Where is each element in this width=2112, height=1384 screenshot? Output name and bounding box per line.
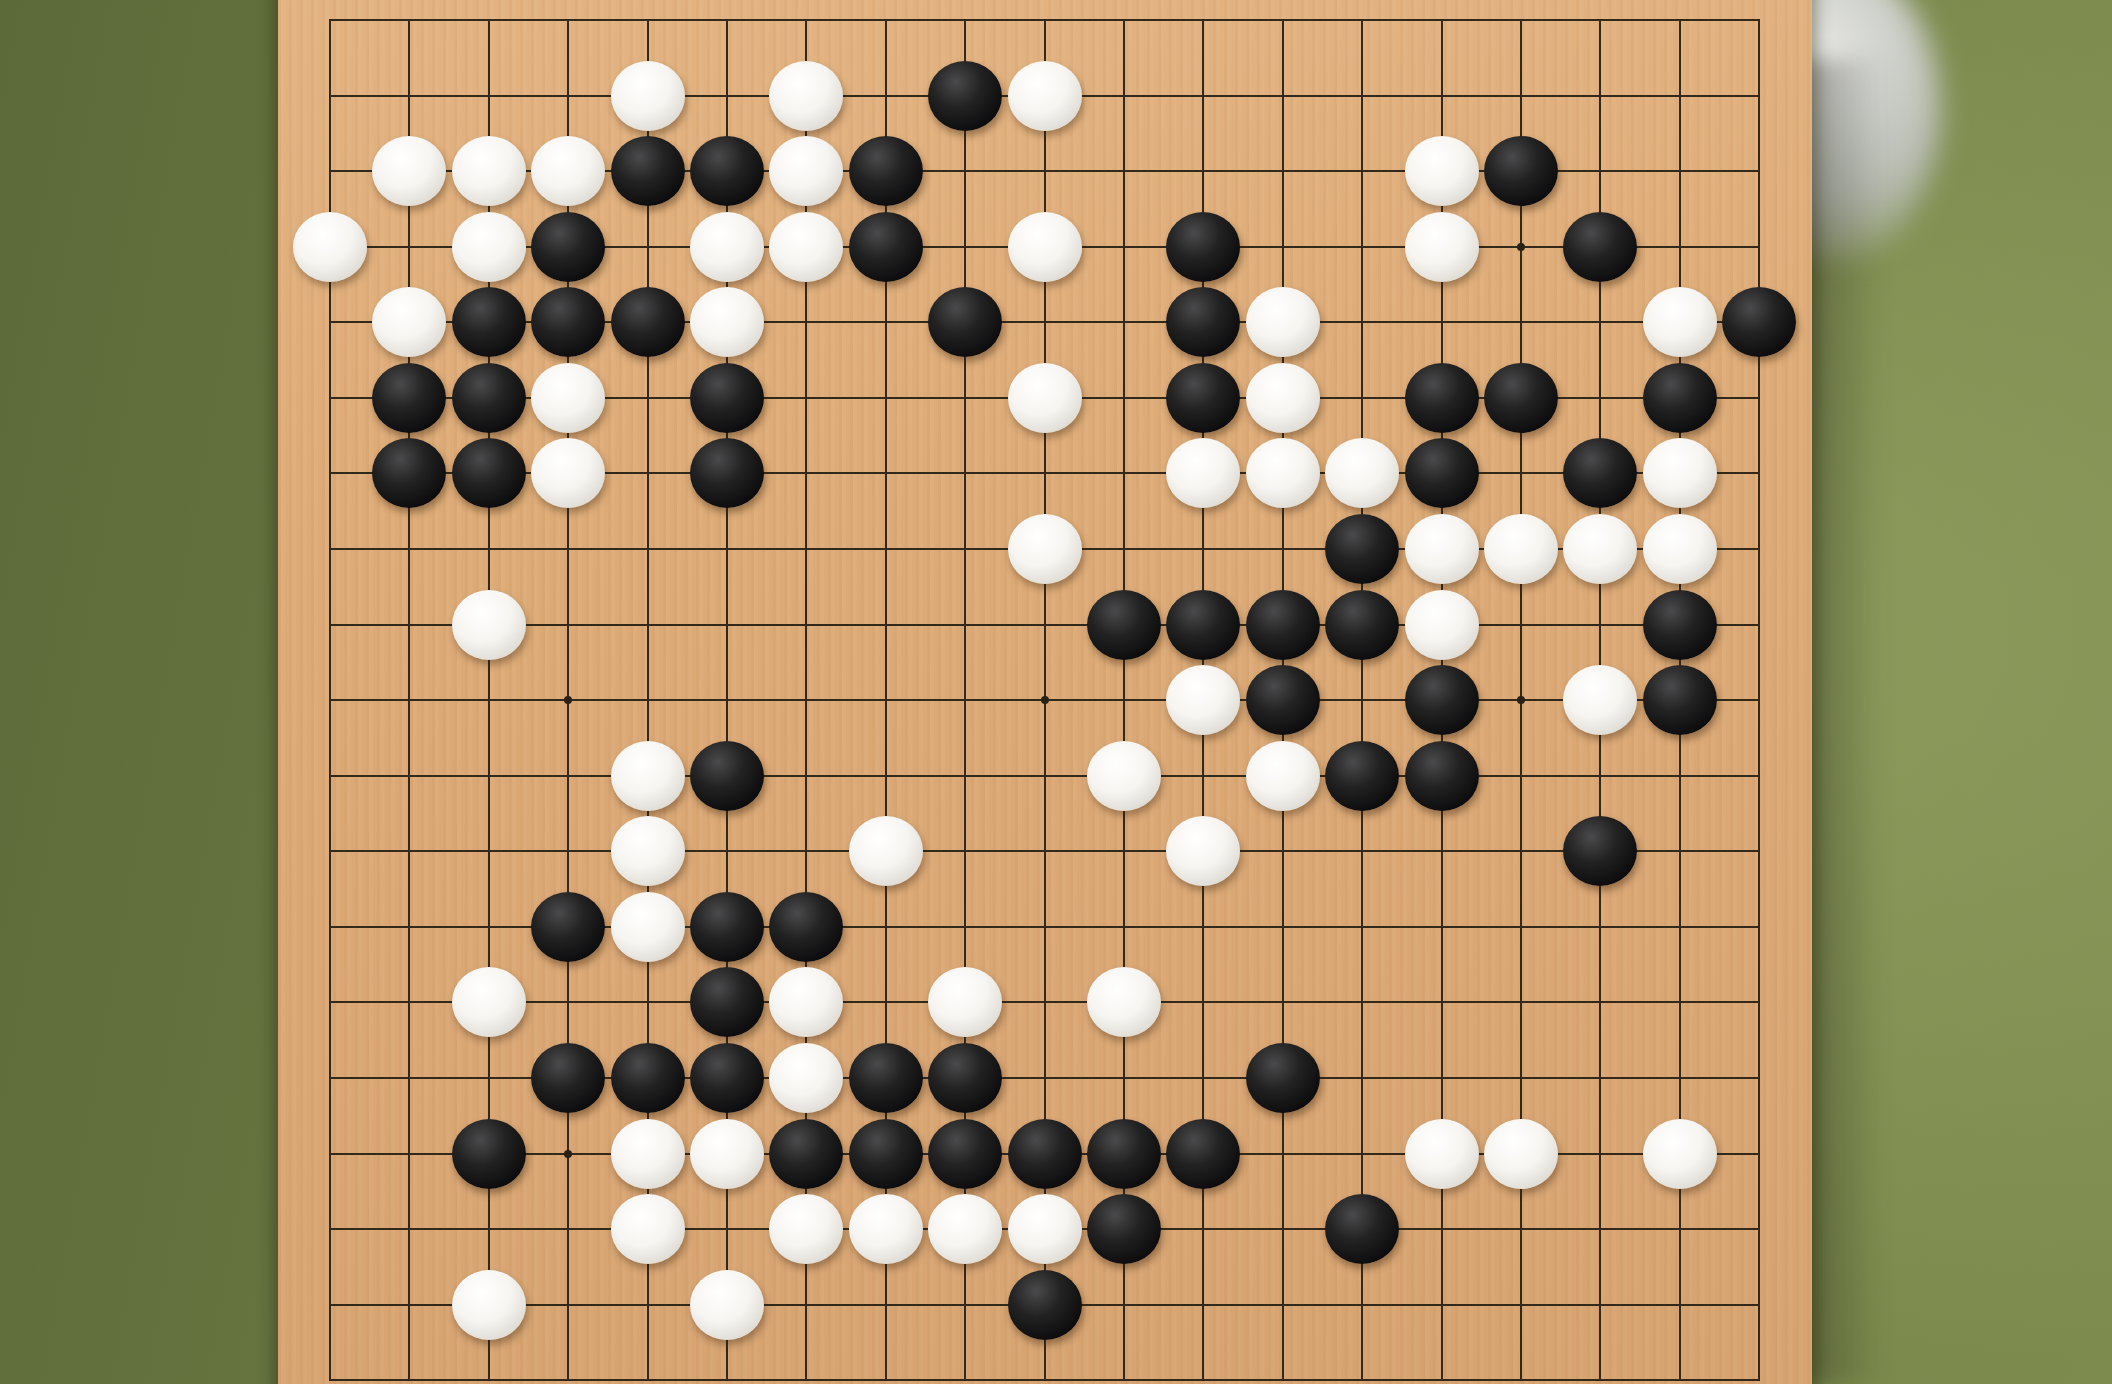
stone-white[interactable] (690, 212, 764, 282)
point-r11c4[interactable] (536, 745, 600, 807)
point-r18c16[interactable] (1489, 1274, 1553, 1336)
point-r15c17[interactable] (1568, 1047, 1632, 1109)
point-r10c14[interactable] (1330, 669, 1394, 731)
point-r6c16[interactable] (1489, 367, 1553, 429)
point-r7c3[interactable] (457, 442, 521, 504)
stone-black[interactable] (452, 1119, 526, 1189)
point-r12c15[interactable] (1410, 820, 1474, 882)
point-r17c2[interactable] (377, 1198, 441, 1260)
point-r2c11[interactable] (1092, 65, 1156, 127)
point-r10c3[interactable] (457, 669, 521, 731)
point-r16c5[interactable] (616, 1123, 680, 1185)
point-r18c3[interactable] (457, 1274, 521, 1336)
stone-black[interactable] (1087, 1119, 1161, 1189)
stone-black[interactable] (1563, 816, 1637, 886)
point-r6c8[interactable] (854, 367, 918, 429)
point-r14c14[interactable] (1330, 971, 1394, 1033)
point-r10c11[interactable] (1092, 669, 1156, 731)
point-r18c9[interactable] (933, 1274, 997, 1336)
point-r18c14[interactable] (1330, 1274, 1394, 1336)
point-r4c16[interactable] (1489, 216, 1553, 278)
point-r17c1[interactable] (298, 1198, 362, 1260)
point-r4c3[interactable] (457, 216, 521, 278)
point-r18c12[interactable] (1171, 1274, 1235, 1336)
point-r4c8[interactable] (854, 216, 918, 278)
point-r1c3[interactable] (457, 0, 521, 51)
point-r3c18[interactable] (1648, 140, 1712, 202)
point-r5c15[interactable] (1410, 291, 1474, 353)
stone-white[interactable] (372, 287, 446, 357)
point-r13c5[interactable] (616, 896, 680, 958)
point-r18c7[interactable] (774, 1274, 838, 1336)
point-r11c5[interactable] (616, 745, 680, 807)
point-r19c5[interactable] (616, 1349, 680, 1384)
point-r9c5[interactable] (616, 594, 680, 656)
stone-white[interactable] (1643, 1119, 1717, 1189)
stone-black[interactable] (1325, 514, 1399, 584)
point-r10c10[interactable] (1013, 669, 1077, 731)
point-r7c15[interactable] (1410, 442, 1474, 504)
stone-white[interactable] (1008, 514, 1082, 584)
point-r4c6[interactable] (695, 216, 759, 278)
point-r4c10[interactable] (1013, 216, 1077, 278)
point-r5c8[interactable] (854, 291, 918, 353)
point-r15c12[interactable] (1171, 1047, 1235, 1109)
point-r17c7[interactable] (774, 1198, 838, 1260)
point-r18c13[interactable] (1251, 1274, 1315, 1336)
point-r15c11[interactable] (1092, 1047, 1156, 1109)
point-r9c13[interactable] (1251, 594, 1315, 656)
point-r6c6[interactable] (695, 367, 759, 429)
point-r7c16[interactable] (1489, 442, 1553, 504)
point-r18c8[interactable] (854, 1274, 918, 1336)
stone-white[interactable] (849, 816, 923, 886)
stone-black[interactable] (1246, 590, 1320, 660)
point-r13c16[interactable] (1489, 896, 1553, 958)
point-r19c13[interactable] (1251, 1349, 1315, 1384)
point-r14c11[interactable] (1092, 971, 1156, 1033)
stone-black[interactable] (690, 967, 764, 1037)
point-r3c4[interactable] (536, 140, 600, 202)
point-r9c18[interactable] (1648, 594, 1712, 656)
point-r3c1[interactable] (298, 140, 362, 202)
point-r17c11[interactable] (1092, 1198, 1156, 1260)
point-r19c19[interactable] (1727, 1349, 1791, 1384)
point-r3c8[interactable] (854, 140, 918, 202)
point-r2c15[interactable] (1410, 65, 1474, 127)
point-r18c4[interactable] (536, 1274, 600, 1336)
stone-white[interactable] (849, 1194, 923, 1264)
point-r1c2[interactable] (377, 0, 441, 51)
point-r12c3[interactable] (457, 820, 521, 882)
point-r13c8[interactable] (854, 896, 918, 958)
point-r16c8[interactable] (854, 1123, 918, 1185)
point-r16c9[interactable] (933, 1123, 997, 1185)
point-r10c5[interactable] (616, 669, 680, 731)
point-r5c19[interactable] (1727, 291, 1791, 353)
stone-white[interactable] (293, 212, 367, 282)
point-r15c13[interactable] (1251, 1047, 1315, 1109)
stone-black[interactable] (372, 438, 446, 508)
stone-black[interactable] (1008, 1270, 1082, 1340)
point-r11c6[interactable] (695, 745, 759, 807)
point-r8c17[interactable] (1568, 518, 1632, 580)
stone-white[interactable] (1484, 1119, 1558, 1189)
point-r12c9[interactable] (933, 820, 997, 882)
point-r5c7[interactable] (774, 291, 838, 353)
stone-black[interactable] (928, 61, 1002, 131)
stone-white[interactable] (1008, 61, 1082, 131)
stone-black[interactable] (1405, 665, 1479, 735)
point-r16c4[interactable] (536, 1123, 600, 1185)
point-r2c2[interactable] (377, 65, 441, 127)
stone-white[interactable] (1643, 438, 1717, 508)
point-r4c18[interactable] (1648, 216, 1712, 278)
stone-black[interactable] (1563, 212, 1637, 282)
point-r10c15[interactable] (1410, 669, 1474, 731)
point-r7c17[interactable] (1568, 442, 1632, 504)
stone-black[interactable] (849, 1043, 923, 1113)
point-r9c6[interactable] (695, 594, 759, 656)
point-r7c2[interactable] (377, 442, 441, 504)
point-r13c19[interactable] (1727, 896, 1791, 958)
point-r2c18[interactable] (1648, 65, 1712, 127)
point-r5c6[interactable] (695, 291, 759, 353)
point-r16c17[interactable] (1568, 1123, 1632, 1185)
point-r7c11[interactable] (1092, 442, 1156, 504)
point-r12c12[interactable] (1171, 820, 1235, 882)
point-r10c13[interactable] (1251, 669, 1315, 731)
point-r11c15[interactable] (1410, 745, 1474, 807)
stone-black[interactable] (1166, 1119, 1240, 1189)
point-r19c12[interactable] (1171, 1349, 1235, 1384)
point-r7c12[interactable] (1171, 442, 1235, 504)
point-r8c14[interactable] (1330, 518, 1394, 580)
point-r2c3[interactable] (457, 65, 521, 127)
point-r9c7[interactable] (774, 594, 838, 656)
point-r8c3[interactable] (457, 518, 521, 580)
point-r6c18[interactable] (1648, 367, 1712, 429)
stone-white[interactable] (531, 136, 605, 206)
point-r11c7[interactable] (774, 745, 838, 807)
point-r1c16[interactable] (1489, 0, 1553, 51)
stone-white[interactable] (611, 1119, 685, 1189)
point-r9c1[interactable] (298, 594, 362, 656)
point-r14c19[interactable] (1727, 971, 1791, 1033)
point-r19c14[interactable] (1330, 1349, 1394, 1384)
point-r17c3[interactable] (457, 1198, 521, 1260)
stone-white[interactable] (1563, 514, 1637, 584)
point-r8c8[interactable] (854, 518, 918, 580)
point-r5c1[interactable] (298, 291, 362, 353)
stone-black[interactable] (1405, 438, 1479, 508)
point-r2c19[interactable] (1727, 65, 1791, 127)
point-r12c13[interactable] (1251, 820, 1315, 882)
point-r14c10[interactable] (1013, 971, 1077, 1033)
point-r19c6[interactable] (695, 1349, 759, 1384)
point-r7c19[interactable] (1727, 442, 1791, 504)
stone-white[interactable] (1087, 741, 1161, 811)
point-r1c1[interactable] (298, 0, 362, 51)
point-r8c18[interactable] (1648, 518, 1712, 580)
point-r1c5[interactable] (616, 0, 680, 51)
point-r17c4[interactable] (536, 1198, 600, 1260)
stone-black[interactable] (1722, 287, 1796, 357)
stone-black[interactable] (1484, 363, 1558, 433)
point-r10c7[interactable] (774, 669, 838, 731)
point-r16c1[interactable] (298, 1123, 362, 1185)
stone-black[interactable] (611, 287, 685, 357)
stone-black[interactable] (1325, 1194, 1399, 1264)
point-r15c15[interactable] (1410, 1047, 1474, 1109)
stone-white[interactable] (1405, 514, 1479, 584)
point-r2c14[interactable] (1330, 65, 1394, 127)
point-r18c6[interactable] (695, 1274, 759, 1336)
point-r4c12[interactable] (1171, 216, 1235, 278)
point-r1c17[interactable] (1568, 0, 1632, 51)
point-r17c14[interactable] (1330, 1198, 1394, 1260)
point-r11c18[interactable] (1648, 745, 1712, 807)
point-r9c4[interactable] (536, 594, 600, 656)
point-r4c11[interactable] (1092, 216, 1156, 278)
point-r3c6[interactable] (695, 140, 759, 202)
stone-black[interactable] (452, 287, 526, 357)
point-r9c3[interactable] (457, 594, 521, 656)
point-r1c15[interactable] (1410, 0, 1474, 51)
stone-white[interactable] (769, 967, 843, 1037)
point-r11c3[interactable] (457, 745, 521, 807)
point-r5c17[interactable] (1568, 291, 1632, 353)
point-r2c12[interactable] (1171, 65, 1235, 127)
stone-white[interactable] (1643, 287, 1717, 357)
stone-black[interactable] (690, 438, 764, 508)
point-r8c7[interactable] (774, 518, 838, 580)
point-r17c18[interactable] (1648, 1198, 1712, 1260)
stone-black[interactable] (928, 287, 1002, 357)
stone-white[interactable] (690, 1119, 764, 1189)
stone-white[interactable] (611, 741, 685, 811)
point-r3c5[interactable] (616, 140, 680, 202)
point-r15c4[interactable] (536, 1047, 600, 1109)
point-r18c19[interactable] (1727, 1274, 1791, 1336)
point-r7c5[interactable] (616, 442, 680, 504)
stone-white[interactable] (1008, 212, 1082, 282)
point-r7c1[interactable] (298, 442, 362, 504)
point-r5c10[interactable] (1013, 291, 1077, 353)
point-r5c9[interactable] (933, 291, 997, 353)
point-r19c9[interactable] (933, 1349, 997, 1384)
point-r4c15[interactable] (1410, 216, 1474, 278)
point-r19c3[interactable] (457, 1349, 521, 1384)
point-r16c14[interactable] (1330, 1123, 1394, 1185)
stone-white[interactable] (928, 1194, 1002, 1264)
stone-white[interactable] (611, 816, 685, 886)
point-r16c16[interactable] (1489, 1123, 1553, 1185)
stone-white[interactable] (1166, 665, 1240, 735)
point-r4c4[interactable] (536, 216, 600, 278)
point-r1c9[interactable] (933, 0, 997, 51)
stone-black[interactable] (452, 363, 526, 433)
point-r5c3[interactable] (457, 291, 521, 353)
point-r11c2[interactable] (377, 745, 441, 807)
point-r14c4[interactable] (536, 971, 600, 1033)
point-r9c14[interactable] (1330, 594, 1394, 656)
point-r10c8[interactable] (854, 669, 918, 731)
stone-black[interactable] (849, 1119, 923, 1189)
point-r1c14[interactable] (1330, 0, 1394, 51)
stone-black[interactable] (611, 136, 685, 206)
point-r6c2[interactable] (377, 367, 441, 429)
point-r10c17[interactable] (1568, 669, 1632, 731)
point-r5c2[interactable] (377, 291, 441, 353)
point-r16c6[interactable] (695, 1123, 759, 1185)
stone-black[interactable] (769, 892, 843, 962)
point-r14c16[interactable] (1489, 971, 1553, 1033)
point-r18c1[interactable] (298, 1274, 362, 1336)
point-r2c5[interactable] (616, 65, 680, 127)
point-r2c13[interactable] (1251, 65, 1315, 127)
point-r3c13[interactable] (1251, 140, 1315, 202)
point-r16c7[interactable] (774, 1123, 838, 1185)
stone-white[interactable] (1008, 1194, 1082, 1264)
stone-white[interactable] (769, 212, 843, 282)
point-r8c16[interactable] (1489, 518, 1553, 580)
stone-white[interactable] (1246, 363, 1320, 433)
point-r8c4[interactable] (536, 518, 600, 580)
point-r17c17[interactable] (1568, 1198, 1632, 1260)
point-r15c9[interactable] (933, 1047, 997, 1109)
point-r3c11[interactable] (1092, 140, 1156, 202)
point-r13c10[interactable] (1013, 896, 1077, 958)
point-r3c2[interactable] (377, 140, 441, 202)
point-r16c10[interactable] (1013, 1123, 1077, 1185)
point-r1c6[interactable] (695, 0, 759, 51)
point-r3c15[interactable] (1410, 140, 1474, 202)
point-r14c9[interactable] (933, 971, 997, 1033)
point-r4c1[interactable] (298, 216, 362, 278)
point-r18c17[interactable] (1568, 1274, 1632, 1336)
point-r7c6[interactable] (695, 442, 759, 504)
point-r1c12[interactable] (1171, 0, 1235, 51)
stone-white[interactable] (1008, 363, 1082, 433)
point-r6c14[interactable] (1330, 367, 1394, 429)
point-r9c17[interactable] (1568, 594, 1632, 656)
point-r12c1[interactable] (298, 820, 362, 882)
point-r10c6[interactable] (695, 669, 759, 731)
stone-white[interactable] (1166, 816, 1240, 886)
point-r10c9[interactable] (933, 669, 997, 731)
point-r11c11[interactable] (1092, 745, 1156, 807)
point-r16c13[interactable] (1251, 1123, 1315, 1185)
point-r13c2[interactable] (377, 896, 441, 958)
point-r18c15[interactable] (1410, 1274, 1474, 1336)
point-r17c12[interactable] (1171, 1198, 1235, 1260)
stone-black[interactable] (1166, 590, 1240, 660)
point-r4c17[interactable] (1568, 216, 1632, 278)
stone-white[interactable] (452, 967, 526, 1037)
point-r9c2[interactable] (377, 594, 441, 656)
point-r14c5[interactable] (616, 971, 680, 1033)
point-r10c16[interactable] (1489, 669, 1553, 731)
point-r9c19[interactable] (1727, 594, 1791, 656)
point-r8c19[interactable] (1727, 518, 1791, 580)
point-r6c17[interactable] (1568, 367, 1632, 429)
point-r13c7[interactable] (774, 896, 838, 958)
point-r6c9[interactable] (933, 367, 997, 429)
stone-black[interactable] (690, 363, 764, 433)
point-r3c17[interactable] (1568, 140, 1632, 202)
point-r17c8[interactable] (854, 1198, 918, 1260)
point-r16c18[interactable] (1648, 1123, 1712, 1185)
point-r18c2[interactable] (377, 1274, 441, 1336)
stone-white[interactable] (611, 61, 685, 131)
point-r13c14[interactable] (1330, 896, 1394, 958)
stone-white[interactable] (531, 363, 605, 433)
point-r6c4[interactable] (536, 367, 600, 429)
point-r2c1[interactable] (298, 65, 362, 127)
point-r1c11[interactable] (1092, 0, 1156, 51)
point-r15c18[interactable] (1648, 1047, 1712, 1109)
point-r3c3[interactable] (457, 140, 521, 202)
point-r2c4[interactable] (536, 65, 600, 127)
point-r11c14[interactable] (1330, 745, 1394, 807)
stone-white[interactable] (1484, 514, 1558, 584)
point-r13c9[interactable] (933, 896, 997, 958)
stone-black[interactable] (1166, 287, 1240, 357)
point-r14c6[interactable] (695, 971, 759, 1033)
point-r7c14[interactable] (1330, 442, 1394, 504)
point-r1c18[interactable] (1648, 0, 1712, 51)
point-r8c6[interactable] (695, 518, 759, 580)
stone-white[interactable] (1246, 287, 1320, 357)
point-r4c5[interactable] (616, 216, 680, 278)
stone-black[interactable] (1643, 363, 1717, 433)
point-r8c10[interactable] (1013, 518, 1077, 580)
point-r17c13[interactable] (1251, 1198, 1315, 1260)
point-r2c16[interactable] (1489, 65, 1553, 127)
point-r6c15[interactable] (1410, 367, 1474, 429)
point-r6c13[interactable] (1251, 367, 1315, 429)
stone-black[interactable] (531, 212, 605, 282)
stone-white[interactable] (769, 61, 843, 131)
point-r13c15[interactable] (1410, 896, 1474, 958)
stone-white[interactable] (452, 212, 526, 282)
point-r8c15[interactable] (1410, 518, 1474, 580)
point-r6c10[interactable] (1013, 367, 1077, 429)
point-r16c12[interactable] (1171, 1123, 1235, 1185)
point-r12c16[interactable] (1489, 820, 1553, 882)
point-r3c10[interactable] (1013, 140, 1077, 202)
point-r13c12[interactable] (1171, 896, 1235, 958)
point-r17c16[interactable] (1489, 1198, 1553, 1260)
point-r15c14[interactable] (1330, 1047, 1394, 1109)
point-r19c8[interactable] (854, 1349, 918, 1384)
point-r3c16[interactable] (1489, 140, 1553, 202)
stone-white[interactable] (611, 1194, 685, 1264)
point-r9c10[interactable] (1013, 594, 1077, 656)
stone-black[interactable] (1008, 1119, 1082, 1189)
stone-white[interactable] (1325, 438, 1399, 508)
point-r9c9[interactable] (933, 594, 997, 656)
point-r12c7[interactable] (774, 820, 838, 882)
point-r14c2[interactable] (377, 971, 441, 1033)
point-r14c18[interactable] (1648, 971, 1712, 1033)
point-r1c8[interactable] (854, 0, 918, 51)
point-r2c10[interactable] (1013, 65, 1077, 127)
point-r7c4[interactable] (536, 442, 600, 504)
point-r8c1[interactable] (298, 518, 362, 580)
stone-white[interactable] (769, 1043, 843, 1113)
